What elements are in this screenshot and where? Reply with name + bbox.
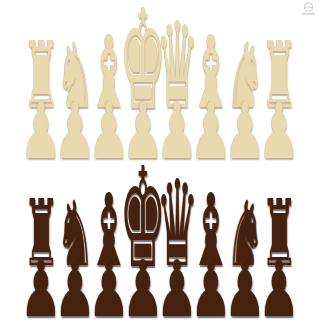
- watermark-globe-logo-icon: [300, 2, 317, 17]
- product-photo: ♜♞♝♚♛♝♞♜ ♟♟♟♟♟♟♟♟ ♜♞♝♚♛♝♞♜ ♟♟♟♟♟♟♟♟: [0, 0, 320, 320]
- light-piece-set: ♜♞♝♚♛♝♞♜ ♟♟♟♟♟♟♟♟: [0, 0, 320, 160]
- piece-pawn: ♟: [258, 250, 300, 320]
- dark-piece-set: ♜♞♝♚♛♝♞♜ ♟♟♟♟♟♟♟♟: [0, 160, 320, 320]
- piece-pawn: ♟: [258, 92, 300, 170]
